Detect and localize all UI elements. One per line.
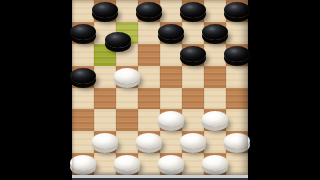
square-r7c7	[204, 131, 226, 153]
square-r8c7[interactable]	[204, 153, 226, 175]
white-checker[interactable]	[70, 155, 96, 171]
black-checker[interactable]	[70, 68, 96, 84]
square-r7c8[interactable]	[226, 131, 248, 153]
square-r4c8	[226, 66, 248, 88]
square-r6c5[interactable]	[160, 109, 182, 131]
square-r3c1	[72, 44, 94, 66]
square-r2c6	[182, 22, 204, 44]
black-checker[interactable]	[136, 2, 162, 18]
square-r4c5[interactable]	[160, 66, 182, 88]
square-r5c1	[72, 88, 94, 110]
square-r6c6	[182, 109, 204, 131]
square-r5c4[interactable]	[138, 88, 160, 110]
square-r7c2[interactable]	[94, 131, 116, 153]
square-r7c3	[116, 131, 138, 153]
black-checker[interactable]	[70, 24, 96, 40]
square-r6c2	[94, 109, 116, 131]
white-checker[interactable]	[224, 133, 250, 149]
square-r2c7[interactable]	[204, 22, 226, 44]
checkers-board	[72, 0, 248, 175]
square-r4c1[interactable]	[72, 66, 94, 88]
white-checker[interactable]	[136, 133, 162, 149]
white-checker[interactable]	[202, 155, 228, 171]
square-r6c3[interactable]	[116, 109, 138, 131]
square-r8c1[interactable]	[72, 153, 94, 175]
square-r1c4[interactable]	[138, 0, 160, 22]
black-checker[interactable]	[202, 24, 228, 40]
square-r6c1[interactable]	[72, 109, 94, 131]
moving-black-checker[interactable]	[105, 32, 131, 48]
square-r2c5[interactable]	[160, 22, 182, 44]
bottom-bar	[72, 175, 248, 180]
square-r3c6[interactable]	[182, 44, 204, 66]
white-checker[interactable]	[114, 68, 140, 84]
square-r3c5	[160, 44, 182, 66]
square-r5c7	[204, 88, 226, 110]
square-r6c7[interactable]	[204, 109, 226, 131]
square-r4c3[interactable]	[116, 66, 138, 88]
square-r8c4	[138, 153, 160, 175]
square-r5c8[interactable]	[226, 88, 248, 110]
square-r6c4	[138, 109, 160, 131]
square-r7c6[interactable]	[182, 131, 204, 153]
square-r7c5	[160, 131, 182, 153]
letterbox-background	[0, 0, 320, 180]
square-r1c7	[204, 0, 226, 22]
square-r5c5	[160, 88, 182, 110]
white-checker[interactable]	[158, 155, 184, 171]
square-r1c6[interactable]	[182, 0, 204, 22]
black-checker[interactable]	[224, 2, 250, 18]
square-r1c8[interactable]	[226, 0, 248, 22]
square-r1c3	[116, 0, 138, 22]
black-checker[interactable]	[92, 2, 118, 18]
square-r7c1	[72, 131, 94, 153]
square-r8c8	[226, 153, 248, 175]
white-checker[interactable]	[180, 133, 206, 149]
square-r3c4[interactable]	[138, 44, 160, 66]
square-r6c8	[226, 109, 248, 131]
square-r5c6[interactable]	[182, 88, 204, 110]
square-r8c3[interactable]	[116, 153, 138, 175]
square-r2c1[interactable]	[72, 22, 94, 44]
square-r4c4	[138, 66, 160, 88]
black-checker[interactable]	[180, 2, 206, 18]
square-r4c2	[94, 66, 116, 88]
square-r5c2[interactable]	[94, 88, 116, 110]
white-checker[interactable]	[114, 155, 140, 171]
black-checker[interactable]	[180, 46, 206, 62]
black-checker[interactable]	[224, 46, 250, 62]
square-r7c4[interactable]	[138, 131, 160, 153]
white-checker[interactable]	[158, 111, 184, 127]
square-r8c5[interactable]	[160, 153, 182, 175]
white-checker[interactable]	[92, 133, 118, 149]
square-r1c1	[72, 0, 94, 22]
square-r4c7[interactable]	[204, 66, 226, 88]
square-r3c7	[204, 44, 226, 66]
square-r1c2[interactable]	[94, 0, 116, 22]
square-r2c8	[226, 22, 248, 44]
square-r4c6	[182, 66, 204, 88]
square-r5c3	[116, 88, 138, 110]
square-r8c6	[182, 153, 204, 175]
black-checker[interactable]	[158, 24, 184, 40]
white-checker[interactable]	[202, 111, 228, 127]
square-r2c4	[138, 22, 160, 44]
square-r3c8[interactable]	[226, 44, 248, 66]
square-r8c2	[94, 153, 116, 175]
square-r1c5	[160, 0, 182, 22]
